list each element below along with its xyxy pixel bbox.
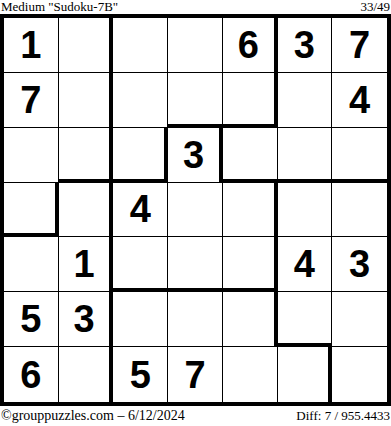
cell-r7c7[interactable] <box>332 347 387 402</box>
cell-r6c1[interactable]: 5 <box>4 292 59 347</box>
board: 1637743414353657 <box>0 14 391 406</box>
cell-r1c1[interactable]: 1 <box>4 18 59 73</box>
cell-r4c3[interactable]: 4 <box>113 183 168 238</box>
cell-r5c4[interactable] <box>168 237 223 292</box>
cell-r2c1[interactable]: 7 <box>4 73 59 128</box>
cell-r6c6[interactable] <box>278 292 333 347</box>
cell-r2c2[interactable] <box>59 73 114 128</box>
cell-r7c1[interactable]: 6 <box>4 347 59 402</box>
footer: ©grouppuzzles.com – 6/12/2024 Diff: 7 / … <box>0 408 391 424</box>
cell-r6c2[interactable]: 3 <box>59 292 114 347</box>
cell-r3c2[interactable] <box>59 128 114 183</box>
cell-r5c5[interactable] <box>223 237 278 292</box>
cell-r3c6[interactable] <box>278 128 333 183</box>
page-title: Medium "Sudoku-7B" <box>1 0 118 15</box>
cell-r6c7[interactable] <box>332 292 387 347</box>
cell-r4c1[interactable] <box>4 183 59 238</box>
cell-r5c6[interactable]: 4 <box>278 237 333 292</box>
cell-r5c7[interactable]: 3 <box>332 237 387 292</box>
cell-r6c3[interactable] <box>113 292 168 347</box>
cell-r1c2[interactable] <box>59 18 114 73</box>
cell-r1c3[interactable] <box>113 18 168 73</box>
cell-r2c3[interactable] <box>113 73 168 128</box>
puzzle-page: Medium "Sudoku-7B" 33/49 163774341435365… <box>0 0 391 426</box>
cell-r2c4[interactable] <box>168 73 223 128</box>
cell-r7c2[interactable] <box>59 347 114 402</box>
cell-r6c4[interactable] <box>168 292 223 347</box>
cell-r6c5[interactable] <box>223 292 278 347</box>
cell-r4c5[interactable] <box>223 183 278 238</box>
cell-r2c6[interactable] <box>278 73 333 128</box>
cell-r3c3[interactable] <box>113 128 168 183</box>
cell-r2c7[interactable]: 4 <box>332 73 387 128</box>
cell-r1c4[interactable] <box>168 18 223 73</box>
cell-r1c7[interactable]: 7 <box>332 18 387 73</box>
cell-r7c5[interactable] <box>223 347 278 402</box>
cell-r3c4[interactable]: 3 <box>168 128 223 183</box>
cell-r5c1[interactable] <box>4 237 59 292</box>
cell-r2c5[interactable] <box>223 73 278 128</box>
cell-r4c7[interactable] <box>332 183 387 238</box>
copyright: ©grouppuzzles.com – 6/12/2024 <box>1 408 185 424</box>
cell-r4c6[interactable] <box>278 183 333 238</box>
cell-r7c3[interactable]: 5 <box>113 347 168 402</box>
cell-r4c2[interactable] <box>59 183 114 238</box>
cell-r5c3[interactable] <box>113 237 168 292</box>
cell-r3c1[interactable] <box>4 128 59 183</box>
header: Medium "Sudoku-7B" 33/49 <box>0 0 391 13</box>
cell-r7c6[interactable] <box>278 347 333 402</box>
cell-r4c4[interactable] <box>168 183 223 238</box>
cell-r1c5[interactable]: 6 <box>223 18 278 73</box>
cell-r3c7[interactable] <box>332 128 387 183</box>
difficulty: Diff: 7 / 955.4433 <box>296 408 390 424</box>
cell-r5c2[interactable]: 1 <box>59 237 114 292</box>
puzzle-counter: 33/49 <box>360 0 390 15</box>
cell-r7c4[interactable]: 7 <box>168 347 223 402</box>
cell-r3c5[interactable] <box>223 128 278 183</box>
cell-r1c6[interactable]: 3 <box>278 18 333 73</box>
